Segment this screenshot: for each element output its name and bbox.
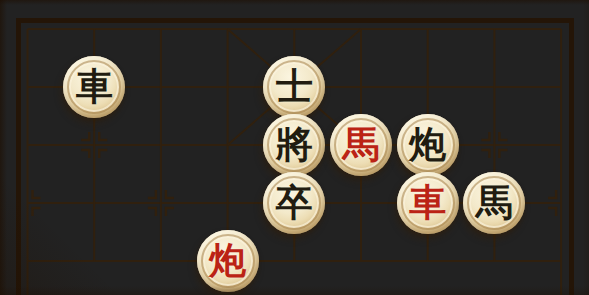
red-horse-glyph: 馬 — [342, 126, 379, 163]
board-point-e3: 卒 — [261, 174, 328, 232]
piece-black-advisor-e1[interactable]: 士 — [263, 56, 325, 118]
red-cannon-glyph: 炮 — [209, 242, 246, 279]
piece-black-chariot-b1[interactable]: 車 — [63, 56, 125, 118]
black-soldier-glyph: 卒 — [276, 184, 313, 221]
piece-black-general-e2[interactable]: 將 — [263, 114, 325, 176]
board-point-g2: 炮 — [394, 116, 461, 174]
black-advisor-glyph: 士 — [276, 68, 313, 105]
black-cannon-glyph: 炮 — [409, 126, 446, 163]
piece-black-soldier-e3[interactable]: 卒 — [263, 172, 325, 234]
piece-black-cannon-g2[interactable]: 炮 — [397, 114, 459, 176]
board-point-e2: 將 — [261, 116, 328, 174]
piece-black-horse-h3[interactable]: 馬 — [463, 172, 525, 234]
black-horse-glyph: 馬 — [476, 184, 513, 221]
piece-red-chariot-g3[interactable]: 車 — [397, 172, 459, 234]
board-point-e1: 士 — [261, 58, 328, 116]
board-point-g3: 車 — [394, 174, 461, 232]
board-point-f2: 馬 — [328, 116, 395, 174]
piece-red-horse-f2[interactable]: 馬 — [330, 114, 392, 176]
red-chariot-glyph: 車 — [409, 184, 446, 221]
black-chariot-glyph: 車 — [76, 68, 113, 105]
board-point-h3: 馬 — [461, 174, 528, 232]
black-general-glyph: 將 — [276, 126, 313, 163]
piece-layer: 車士將馬炮卒車馬炮 — [0, 0, 589, 290]
piece-red-cannon-d4[interactable]: 炮 — [197, 230, 259, 292]
board-point-d4: 炮 — [194, 232, 261, 290]
xiangqi-board: 車士將馬炮卒車馬炮 — [0, 0, 589, 295]
board-point-b1: 車 — [61, 58, 128, 116]
